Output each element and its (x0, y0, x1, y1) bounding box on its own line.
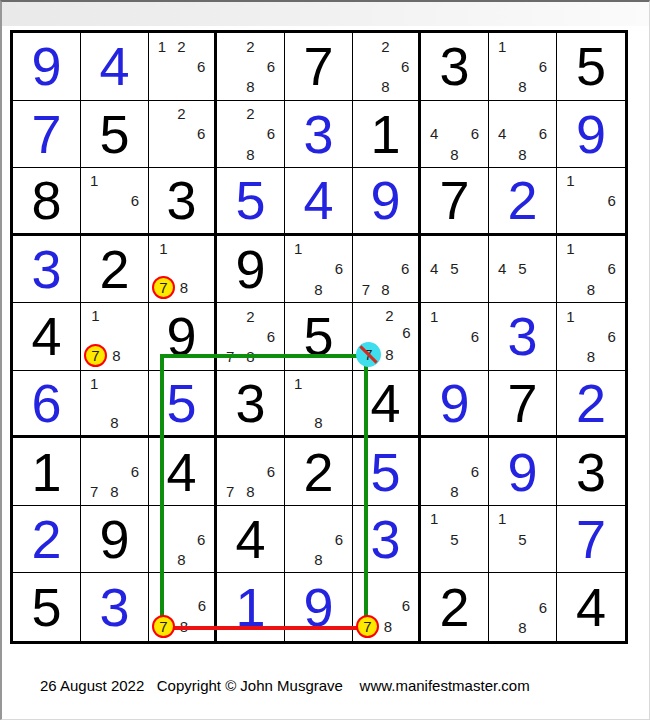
cell-r4c2: 2 (81, 236, 149, 304)
cell-r5c1: 4 (13, 303, 81, 371)
cell-r6c3: 5 (149, 371, 217, 439)
pencil-mark: 1 (152, 36, 172, 56)
cell-r2c1: 7 (13, 101, 81, 169)
pencil-marks: 18 (288, 374, 349, 433)
pencil-mark: 6 (125, 191, 145, 211)
pencil-mark: 6 (601, 259, 622, 279)
cell-r4c1: 3 (13, 236, 81, 304)
pencil-mark: 5 (444, 259, 464, 279)
pencil-mark: 8 (104, 482, 124, 502)
solved-digit: 7 (557, 506, 625, 573)
pencil-mark: 8 (379, 615, 397, 638)
solved-digit: 5 (217, 168, 284, 233)
cell-r2c5: 3 (285, 101, 353, 169)
footer-date: 26 August 2022 (40, 677, 144, 694)
pencil-mark: 2 (172, 104, 192, 124)
pencil-mark: 1 (424, 306, 444, 326)
pencil-mark: 8 (308, 549, 328, 569)
cell-r1c1: 9 (13, 33, 81, 101)
solved-digit: 9 (285, 573, 352, 641)
pencil-marks: 68 (152, 509, 211, 570)
cell-r1c8: 168 (489, 33, 557, 101)
cell-r9c6: 678 (353, 573, 421, 641)
pencil-mark: 6 (261, 326, 281, 346)
given-digit: 4 (13, 303, 80, 370)
given-digit: 9 (149, 303, 214, 370)
pencil-mark: 6 (465, 462, 485, 482)
cell-r1c7: 3 (421, 33, 489, 101)
given-digit: 4 (149, 438, 214, 505)
given-digit: 5 (557, 33, 625, 100)
pencil-marks: 68 (424, 441, 485, 502)
cell-r6c5: 18 (285, 371, 353, 439)
pencil-mark: 6 (261, 462, 281, 482)
cell-r4c8: 45 (489, 236, 557, 304)
cell-r4c5: 168 (285, 236, 353, 304)
solved-digit: 2 (13, 506, 80, 573)
cell-r9c2: 3 (81, 573, 149, 641)
pencil-mark: 1 (84, 306, 107, 325)
cell-r8c6: 3 (353, 506, 421, 574)
solved-digit: 3 (81, 573, 148, 641)
given-digit: 9 (217, 236, 284, 303)
cell-r1c5: 7 (285, 33, 353, 101)
pencil-mark: 6 (533, 124, 553, 144)
pencil-marks: 45 (424, 239, 485, 300)
pencil-mark: 8 (240, 76, 260, 96)
pencil-mark: 8 (512, 76, 532, 96)
pencil-mark: 8 (376, 76, 396, 96)
pencil-mark: 8 (444, 482, 464, 502)
cell-r9c5: 9 (285, 573, 353, 641)
pencil-marks: 268 (356, 36, 415, 97)
pencil-mark: 5 (512, 259, 532, 279)
cell-r7c3: 4 (149, 438, 217, 506)
pencil-mark: 1 (288, 374, 308, 394)
pencil-mark: 4 (492, 124, 512, 144)
pencil-mark: 2 (240, 104, 260, 124)
footer-copyright: Copyright © John Musgrave (157, 677, 343, 694)
given-digit: 1 (353, 101, 418, 168)
pencil-marks: 178 (84, 306, 145, 367)
pencil-mark: 1 (424, 509, 444, 529)
cell-r1c6: 268 (353, 33, 421, 101)
cell-r8c7: 15 (421, 506, 489, 574)
pencil-mark: 6 (395, 259, 415, 279)
given-digit: 3 (421, 33, 488, 100)
cell-r7c6: 5 (353, 438, 421, 506)
solved-digit: 3 (353, 506, 418, 573)
pencil-marks: 678 (220, 441, 281, 502)
cell-r4c7: 45 (421, 236, 489, 304)
pencil-mark: 5 (512, 529, 532, 549)
cell-r1c2: 4 (81, 33, 149, 101)
pencil-mark: 6 (329, 529, 349, 549)
given-digit: 2 (81, 236, 148, 303)
pencil-marks: 16 (424, 306, 485, 367)
pencil-mark: 2 (376, 36, 396, 56)
pencil-marks: 168 (492, 36, 553, 97)
sudoku-board: 9412626872683168575262683146846898163549… (10, 30, 628, 644)
pencil-marks: 16 (84, 171, 145, 230)
cell-r7c1: 1 (13, 438, 81, 506)
cell-r7c8: 9 (489, 438, 557, 506)
cell-r8c8: 15 (489, 506, 557, 574)
given-digit: 3 (557, 438, 625, 505)
cell-r5c3: 9 (149, 303, 217, 371)
cell-r8c3: 68 (149, 506, 217, 574)
cell-r3c6: 9 (353, 168, 421, 236)
chain-node-candidate-7: 7 (152, 615, 175, 638)
pencil-marks: 2678 (220, 306, 281, 367)
top-band (0, 0, 650, 26)
cell-r5c9: 168 (557, 303, 625, 371)
pencil-mark: 6 (329, 259, 349, 279)
pencil-marks: 678 (152, 576, 211, 638)
pencil-mark: 8 (240, 144, 260, 164)
pencil-mark: 8 (172, 549, 192, 569)
pencil-mark: 8 (308, 279, 328, 299)
cell-r1c3: 126 (149, 33, 217, 101)
cell-r7c9: 3 (557, 438, 625, 506)
pencil-mark: 6 (465, 326, 485, 346)
cell-r6c1: 6 (13, 371, 81, 439)
cell-r4c3: 178 (149, 236, 217, 304)
cell-r3c8: 2 (489, 168, 557, 236)
pencil-marks: 678 (356, 576, 415, 638)
pencil-marks: 68 (492, 576, 553, 638)
solved-digit: 5 (353, 438, 418, 505)
pencil-mark: 1 (84, 374, 104, 394)
pencil-marks: 26 (152, 104, 211, 165)
cell-r6c6: 4 (353, 371, 421, 439)
cell-r9c3: 678 (149, 573, 217, 641)
solved-digit: 4 (285, 168, 352, 233)
pencil-mark: 1 (560, 239, 581, 259)
cell-r2c7: 468 (421, 101, 489, 169)
pencil-mark: 7 (220, 482, 240, 502)
cell-r5c4: 2678 (217, 303, 285, 371)
cell-r3c7: 7 (421, 168, 489, 236)
cell-r6c9: 2 (557, 371, 625, 439)
pencil-mark: 1 (492, 509, 512, 529)
pencil-marks: 18 (84, 374, 145, 433)
cell-r5c8: 3 (489, 303, 557, 371)
footer-website: www.manifestmaster.com (360, 677, 530, 694)
solved-digit: 4 (81, 33, 148, 100)
chain-node-candidate-7: 7 (84, 344, 107, 367)
pencil-mark: 6 (261, 56, 281, 76)
given-digit: 1 (13, 438, 80, 505)
given-digit: 5 (13, 573, 80, 641)
cell-r2c8: 468 (489, 101, 557, 169)
pencil-mark: 8 (444, 144, 464, 164)
pencil-marks: 468 (492, 104, 553, 165)
cell-r3c5: 4 (285, 168, 353, 236)
pencil-mark: 7 (356, 279, 376, 299)
cell-r2c9: 9 (557, 101, 625, 169)
pencil-mark: 6 (395, 56, 415, 76)
cell-r9c9: 4 (557, 573, 625, 641)
cell-r8c5: 68 (285, 506, 353, 574)
cell-r5c5: 5 (285, 303, 353, 371)
solved-digit: 9 (353, 168, 418, 233)
given-digit: 2 (421, 573, 488, 641)
solved-digit: 5 (149, 371, 214, 436)
given-digit: 5 (81, 101, 148, 168)
pencil-marks: 126 (152, 36, 211, 97)
cell-r6c8: 7 (489, 371, 557, 439)
pencil-mark: 6 (465, 124, 485, 144)
pencil-mark: 6 (601, 326, 622, 346)
pencil-mark: 1 (152, 239, 175, 258)
pencil-marks: 168 (560, 239, 622, 300)
cell-r3c2: 16 (81, 168, 149, 236)
pencil-marks: 2678 (356, 306, 415, 367)
solved-digit: 3 (489, 303, 556, 370)
pencil-mark: 8 (240, 482, 260, 502)
cell-r6c4: 3 (217, 371, 285, 439)
cell-r5c2: 178 (81, 303, 149, 371)
chain-node-candidate-7: 7 (152, 276, 175, 299)
pencil-mark: 8 (381, 342, 398, 367)
pencil-mark: 8 (581, 347, 602, 367)
solved-digit: 6 (13, 371, 80, 436)
solved-digit: 9 (13, 33, 80, 100)
pencil-marks: 15 (424, 509, 485, 570)
pencil-mark: 8 (512, 144, 532, 164)
pencil-mark: 6 (191, 529, 211, 549)
cell-r3c1: 8 (13, 168, 81, 236)
pencil-mark: 8 (107, 344, 126, 367)
cell-r3c4: 5 (217, 168, 285, 236)
pencil-mark: 6 (261, 124, 281, 144)
pencil-mark: 2 (381, 306, 398, 324)
pencil-marks: 268 (220, 104, 281, 165)
eliminated-candidate-7: 7 (356, 342, 381, 367)
given-digit: 9 (81, 506, 148, 573)
pencil-mark: 1 (288, 239, 308, 259)
cell-r4c6: 678 (353, 236, 421, 304)
pencil-marks: 468 (424, 104, 485, 165)
pencil-mark: 1 (84, 171, 104, 191)
given-digit: 5 (285, 303, 352, 370)
pencil-mark: 8 (240, 347, 260, 367)
pencil-mark: 8 (308, 413, 328, 433)
pencil-mark: 6 (125, 462, 145, 482)
cell-r8c2: 9 (81, 506, 149, 574)
cell-r4c4: 9 (217, 236, 285, 304)
solved-digit: 7 (13, 101, 80, 168)
given-digit: 3 (217, 371, 284, 436)
cell-r2c4: 268 (217, 101, 285, 169)
pencil-marks: 16 (560, 171, 622, 230)
given-digit: 7 (285, 33, 352, 100)
chain-node-candidate-7: 7 (356, 615, 379, 638)
pencil-mark: 5 (444, 529, 464, 549)
given-digit: 7 (421, 168, 488, 233)
pencil-marks: 678 (356, 239, 415, 300)
cell-r9c8: 68 (489, 573, 557, 641)
cell-r5c7: 16 (421, 303, 489, 371)
pencil-mark: 2 (240, 306, 260, 326)
pencil-mark: 6 (398, 324, 415, 342)
pencil-mark: 4 (424, 259, 444, 279)
cell-r3c3: 3 (149, 168, 217, 236)
pencil-mark: 6 (601, 191, 622, 211)
pencil-mark: 2 (240, 36, 260, 56)
given-digit: 4 (217, 506, 284, 573)
solved-digit: 2 (557, 371, 625, 436)
footer: 26 August 2022 Copyright © John Musgrave… (40, 677, 530, 694)
cell-r1c4: 268 (217, 33, 285, 101)
cell-r1c9: 5 (557, 33, 625, 101)
pencil-mark: 7 (84, 482, 104, 502)
solved-digit: 3 (13, 236, 80, 303)
cell-r8c1: 2 (13, 506, 81, 574)
pencil-marks: 168 (560, 306, 622, 367)
cell-r7c4: 678 (217, 438, 285, 506)
pencil-mark: 4 (424, 124, 444, 144)
pencil-mark: 6 (193, 596, 211, 615)
pencil-mark: 6 (191, 56, 211, 76)
solved-digit: 9 (489, 438, 556, 505)
cell-r8c4: 4 (217, 506, 285, 574)
given-digit: 3 (149, 168, 214, 233)
cell-r2c3: 26 (149, 101, 217, 169)
cell-r7c2: 678 (81, 438, 149, 506)
cell-r6c2: 18 (81, 371, 149, 439)
solved-digit: 9 (557, 101, 625, 168)
given-digit: 4 (557, 573, 625, 641)
cell-r5c6: 2678 (353, 303, 421, 371)
pencil-mark: 7 (220, 347, 240, 367)
pencil-mark: 8 (581, 279, 602, 299)
given-digit: 4 (353, 371, 418, 436)
pencil-mark: 6 (533, 597, 553, 618)
cell-r2c2: 5 (81, 101, 149, 169)
pencil-marks: 45 (492, 239, 553, 300)
cell-r7c7: 68 (421, 438, 489, 506)
pencil-mark: 8 (512, 617, 532, 638)
pencil-marks: 268 (220, 36, 281, 97)
pencil-mark: 8 (175, 615, 193, 638)
cell-r9c4: 1 (217, 573, 285, 641)
solved-digit: 3 (285, 101, 352, 168)
pencil-mark: 1 (560, 306, 581, 326)
solved-digit: 9 (421, 371, 488, 436)
solved-digit: 1 (217, 573, 284, 641)
pencil-marks: 178 (152, 239, 211, 300)
pencil-mark: 8 (376, 279, 396, 299)
pencil-mark: 6 (397, 596, 415, 615)
pencil-mark: 8 (175, 276, 193, 299)
given-digit: 7 (489, 371, 556, 436)
pencil-mark: 4 (492, 259, 512, 279)
pencil-marks: 168 (288, 239, 349, 300)
cell-r9c7: 2 (421, 573, 489, 641)
pencil-marks: 15 (492, 509, 553, 570)
pencil-mark: 1 (492, 36, 512, 56)
given-digit: 2 (285, 438, 352, 505)
pencil-mark: 6 (191, 124, 211, 144)
pencil-marks: 678 (84, 441, 145, 502)
cell-r4c9: 168 (557, 236, 625, 304)
pencil-marks: 68 (288, 509, 349, 570)
pencil-mark: 1 (560, 171, 581, 191)
cell-r2c6: 1 (353, 101, 421, 169)
given-digit: 8 (13, 168, 80, 233)
cell-r7c5: 2 (285, 438, 353, 506)
cell-r8c9: 7 (557, 506, 625, 574)
cell-r3c9: 16 (557, 168, 625, 236)
pencil-mark: 2 (172, 36, 192, 56)
cell-r9c1: 5 (13, 573, 81, 641)
cell-r6c7: 9 (421, 371, 489, 439)
pencil-mark: 6 (533, 56, 553, 76)
pencil-mark: 8 (104, 413, 124, 433)
solved-digit: 2 (489, 168, 556, 233)
